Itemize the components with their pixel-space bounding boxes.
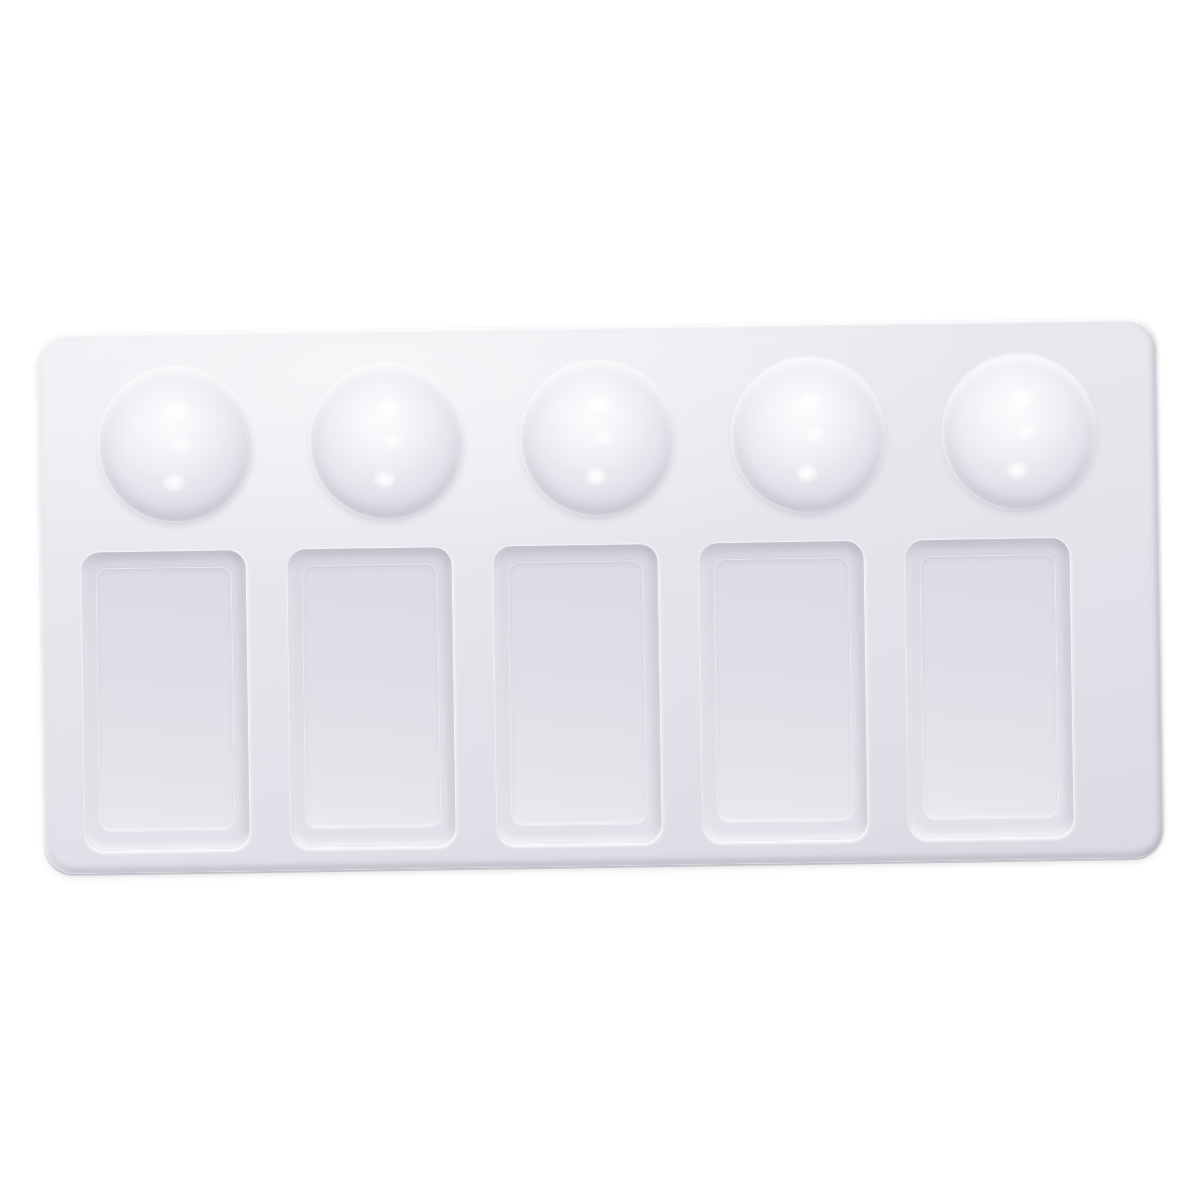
specular-highlight <box>1015 423 1037 441</box>
rect-well-1 <box>81 550 249 850</box>
round-well-3 <box>521 361 675 516</box>
rect-well-floor <box>97 567 235 831</box>
paint-palette-tray <box>36 318 1164 875</box>
round-well-2 <box>310 364 464 519</box>
rect-well-3 <box>493 544 661 844</box>
round-well-1 <box>99 367 253 522</box>
rect-well-2 <box>287 547 455 847</box>
specular-highlight <box>382 432 404 450</box>
rect-well-floor <box>920 555 1058 819</box>
specular-highlight <box>593 429 615 447</box>
rect-well-floor <box>509 561 647 825</box>
specular-highlight <box>171 435 193 453</box>
specular-highlight <box>804 426 826 444</box>
rect-well-4 <box>699 541 867 841</box>
rect-well-floor <box>714 558 852 822</box>
rect-well-floor <box>303 564 441 828</box>
rect-well-5 <box>905 538 1073 838</box>
photo-background <box>0 0 1200 1200</box>
round-well-5 <box>942 355 1096 510</box>
round-well-4 <box>732 358 886 513</box>
